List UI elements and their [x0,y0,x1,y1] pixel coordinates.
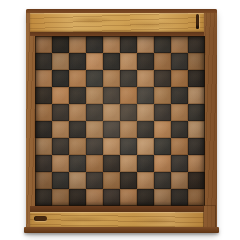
board-square [120,53,137,70]
board-square [120,70,137,87]
board-square [188,121,205,138]
frame-corner-joint [203,205,216,228]
board-square [86,172,103,189]
board-square [171,104,188,121]
board-square [86,121,103,138]
board-square [69,189,86,206]
board-square [137,121,154,138]
board-square [188,138,205,155]
board-square [120,87,137,104]
board-square [103,189,120,206]
board-square [137,104,154,121]
board-square [171,155,188,172]
board-square [137,36,154,53]
board-square [120,189,137,206]
board-square [154,121,171,138]
board-square [69,36,86,53]
board-square [35,70,52,87]
board-square [52,36,69,53]
board-square [103,53,120,70]
board-square [103,87,120,104]
board-square [69,104,86,121]
board-square [86,70,103,87]
board-square [154,87,171,104]
board-square [35,138,52,155]
board-square [188,155,205,172]
board-square [86,138,103,155]
base-rail [24,227,219,233]
board-square [171,121,188,138]
board-square [69,70,86,87]
board-square [86,104,103,121]
board-square [86,87,103,104]
lid-finger-slot-top [196,14,199,29]
board-square [52,70,69,87]
board-square [188,189,205,206]
board-square [154,189,171,206]
board-square [171,87,188,104]
board-square [52,172,69,189]
board-square [188,104,205,121]
bottom-tray-lid [30,212,204,228]
board-square [120,104,137,121]
board-square [35,189,52,206]
top-tray-lid [30,13,204,32]
board-square [35,104,52,121]
board-square [188,53,205,70]
board-square [154,104,171,121]
board-square [154,36,171,53]
board-square [120,172,137,189]
board-square [188,70,205,87]
board-square [52,155,69,172]
board-square [137,155,154,172]
board-square [154,172,171,189]
board-square [120,36,137,53]
board-square [188,36,205,53]
board-square [35,87,52,104]
board-square [137,53,154,70]
lid-finger-slot-bottom [34,216,47,221]
board-square [103,121,120,138]
board-square [154,138,171,155]
board-square [120,121,137,138]
board-square [35,53,52,70]
board-square [103,138,120,155]
board-square [154,70,171,87]
board-square [171,138,188,155]
board-square [188,87,205,104]
board-square [171,172,188,189]
board-square [154,155,171,172]
board-square [52,87,69,104]
board-square [69,53,86,70]
board-square [137,87,154,104]
board-square [52,53,69,70]
checkerboard [26,9,217,233]
board-square [171,36,188,53]
playing-field [35,36,205,206]
board-square [137,172,154,189]
board-square [52,138,69,155]
board-square [52,189,69,206]
board-square [137,70,154,87]
board-square [69,87,86,104]
board-square [137,138,154,155]
board-square [120,155,137,172]
board-square [171,53,188,70]
board-square [52,104,69,121]
board-square [86,53,103,70]
board-square [188,172,205,189]
board-square [35,172,52,189]
board-square [69,121,86,138]
board-square [69,138,86,155]
board-square [137,189,154,206]
board-square [86,155,103,172]
board-square [103,104,120,121]
board-square [103,36,120,53]
board-square [69,172,86,189]
board-square [86,189,103,206]
board-square [35,121,52,138]
board-square [154,53,171,70]
product-photo-background [0,0,240,240]
board-square [171,70,188,87]
board-square [52,121,69,138]
board-square [103,172,120,189]
board-square [103,70,120,87]
board-square [171,189,188,206]
board-square [86,36,103,53]
board-square [35,36,52,53]
board-square [35,155,52,172]
board-square [69,155,86,172]
board-square [103,155,120,172]
board-square [120,138,137,155]
